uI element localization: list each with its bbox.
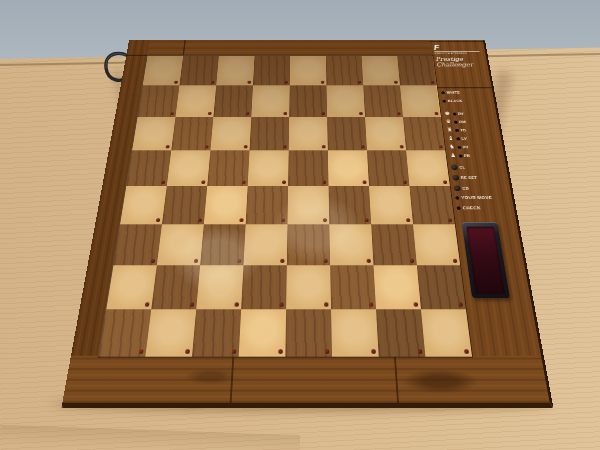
sensor-hole-icon xyxy=(324,302,328,306)
piece-button-led-icon xyxy=(455,129,459,132)
square-h1[interactable] xyxy=(421,309,472,356)
sensor-hole-icon xyxy=(246,112,250,115)
aux-button-row[interactable]: CB xyxy=(454,185,509,191)
sensor-hole-icon xyxy=(282,180,286,184)
square-d6[interactable] xyxy=(250,117,290,151)
sensor-hole-icon xyxy=(321,81,325,84)
aux-button-icon[interactable] xyxy=(454,185,461,191)
logo-block: F FIDELITY ELECTRONICS Prestige Challeng… xyxy=(433,44,482,67)
sensor-hole-icon xyxy=(283,145,287,148)
square-e7[interactable] xyxy=(289,85,327,116)
sensor-hole-icon xyxy=(201,180,205,184)
aux-button-label: CL xyxy=(459,165,466,169)
piece-button-row-rook[interactable]: ♜TB xyxy=(446,128,498,133)
status-led-label: CHECK xyxy=(462,206,481,210)
square-g5[interactable] xyxy=(367,150,409,186)
sensor-hole-icon xyxy=(185,349,190,354)
sensor-hole-icon xyxy=(394,81,398,84)
piece-button-row-bishop[interactable]: ♝LV xyxy=(447,136,500,141)
square-h4[interactable] xyxy=(409,186,454,224)
piece-button-led-icon xyxy=(457,145,461,148)
square-c8[interactable] xyxy=(216,56,254,86)
pawn-icon: ♟ xyxy=(449,153,457,158)
piece-button-led-icon xyxy=(452,112,456,115)
square-a5[interactable] xyxy=(126,150,171,186)
square-b3[interactable] xyxy=(157,224,204,265)
sensor-hole-icon xyxy=(278,349,283,354)
square-a4[interactable] xyxy=(120,186,167,224)
frame-seam xyxy=(430,41,483,42)
square-f5[interactable] xyxy=(328,150,369,186)
piece-function-label: PV xyxy=(463,145,469,149)
sensor-hole-icon xyxy=(458,302,463,306)
piece-button-led-icon xyxy=(453,120,457,123)
indicator-led-row: BLACK xyxy=(442,99,493,103)
sensor-hole-icon xyxy=(443,180,447,184)
sensor-hole-icon xyxy=(242,180,246,184)
status-led-icon xyxy=(455,196,459,200)
square-b2[interactable] xyxy=(151,265,200,309)
square-g2[interactable] xyxy=(374,265,421,309)
sensor-hole-icon xyxy=(325,349,330,354)
frame-seam xyxy=(436,87,491,88)
square-h5[interactable] xyxy=(406,150,450,186)
sensor-hole-icon xyxy=(237,259,241,263)
square-e5[interactable] xyxy=(288,150,328,186)
sensor-hole-icon xyxy=(166,145,170,148)
chessboard-squares xyxy=(98,55,474,357)
square-f1[interactable] xyxy=(331,309,379,356)
aux-button-label: CB xyxy=(462,186,469,190)
sensor-hole-icon xyxy=(198,218,202,222)
piece-button-led-icon xyxy=(456,137,460,140)
aux-button-row[interactable]: RE SET xyxy=(452,175,507,181)
square-f7[interactable] xyxy=(327,85,366,116)
sensor-hole-icon xyxy=(190,302,195,306)
sensor-hole-icon xyxy=(371,349,376,354)
sensor-hole-icon xyxy=(448,218,452,222)
square-a7[interactable] xyxy=(138,85,180,116)
knight-icon: ♞ xyxy=(448,144,455,149)
sensor-hole-icon xyxy=(283,112,287,115)
sensor-hole-icon xyxy=(439,145,443,148)
square-f8[interactable] xyxy=(326,56,363,86)
sensor-hole-icon xyxy=(434,112,438,115)
square-e6[interactable] xyxy=(289,117,328,151)
frame-seam xyxy=(126,55,147,56)
square-a1[interactable] xyxy=(99,309,152,356)
status-led-row: CHECK xyxy=(456,206,512,210)
square-c4[interactable] xyxy=(204,186,248,224)
status-led-row: YOUR MOVE xyxy=(455,195,511,199)
piece-button-led-icon xyxy=(458,154,462,157)
square-e2[interactable] xyxy=(286,265,331,309)
sensor-hole-icon xyxy=(280,259,284,263)
indicator-led-label: BLACK xyxy=(448,99,463,103)
aux-button-icon[interactable] xyxy=(451,165,458,170)
piece-function-label: DM xyxy=(459,120,466,124)
square-g6[interactable] xyxy=(365,117,406,151)
sensor-hole-icon xyxy=(397,112,401,115)
square-c3[interactable] xyxy=(200,224,246,265)
piece-function-label: RV xyxy=(458,112,464,116)
sensor-hole-icon xyxy=(453,259,458,263)
square-b7[interactable] xyxy=(175,85,216,116)
square-f3[interactable] xyxy=(329,224,373,265)
square-c1[interactable] xyxy=(192,309,241,356)
square-d1[interactable] xyxy=(239,309,286,356)
indicator-led-icon xyxy=(441,91,445,94)
sensor-hole-icon xyxy=(145,302,150,306)
sensor-hole-icon xyxy=(418,349,423,354)
square-d4[interactable] xyxy=(246,186,288,224)
sensor-hole-icon xyxy=(403,180,407,184)
queen-icon: ♛ xyxy=(445,119,452,124)
square-h8[interactable] xyxy=(397,56,437,86)
led-display-screen xyxy=(466,227,504,294)
square-g8[interactable] xyxy=(362,56,400,86)
sensor-hole-icon xyxy=(279,302,283,306)
square-b6[interactable] xyxy=(171,117,213,151)
sensor-hole-icon xyxy=(247,81,251,84)
sensor-hole-icon xyxy=(161,180,165,184)
square-c7[interactable] xyxy=(213,85,253,116)
square-c2[interactable] xyxy=(196,265,243,309)
sensor-hole-icon xyxy=(413,302,418,306)
sensor-hole-icon xyxy=(208,112,212,115)
square-d2[interactable] xyxy=(241,265,287,309)
fidelity-f-logo-icon: F xyxy=(433,44,479,51)
square-e4[interactable] xyxy=(287,186,329,224)
brand-text: FIDELITY ELECTRONICS xyxy=(434,51,480,54)
square-f2[interactable] xyxy=(330,265,376,309)
sensor-hole-icon xyxy=(321,112,325,115)
sensor-hole-icon xyxy=(359,112,363,115)
square-a6[interactable] xyxy=(132,117,175,151)
status-led-label: YOUR MOVE xyxy=(461,195,493,199)
square-h6[interactable] xyxy=(403,117,445,151)
sensor-hole-icon xyxy=(211,81,215,84)
piece-button-row-pawn[interactable]: ♟PB xyxy=(449,153,503,158)
square-h2[interactable] xyxy=(417,265,466,309)
sensor-hole-icon xyxy=(357,81,361,84)
sensor-hole-icon xyxy=(232,349,237,354)
model-name-line2: Challenger xyxy=(436,62,483,68)
sensor-hole-icon xyxy=(284,81,288,84)
sensor-hole-icon xyxy=(369,302,374,306)
square-e3[interactable] xyxy=(287,224,330,265)
sensor-hole-icon xyxy=(170,112,174,115)
square-h7[interactable] xyxy=(400,85,441,116)
sensor-hole-icon xyxy=(362,180,366,184)
square-b1[interactable] xyxy=(145,309,196,356)
square-d7[interactable] xyxy=(251,85,289,116)
photo-scene: F FIDELITY ELECTRONICS Prestige Challeng… xyxy=(0,0,600,450)
sensor-hole-icon xyxy=(156,218,160,222)
piece-function-label: PB xyxy=(464,154,471,158)
square-e8[interactable] xyxy=(290,56,327,86)
sensor-hole-icon xyxy=(364,218,368,222)
sensor-hole-icon xyxy=(361,145,365,148)
bishop-icon: ♝ xyxy=(447,136,454,141)
sensor-hole-icon xyxy=(322,180,326,184)
aux-button-icon[interactable] xyxy=(452,175,459,181)
sensor-hole-icon xyxy=(323,259,327,263)
piece-button-row-queen[interactable]: ♛DM xyxy=(445,119,497,124)
frame-rail-bottom xyxy=(62,356,549,403)
status-led-icon xyxy=(456,206,460,210)
square-b8[interactable] xyxy=(179,56,218,86)
square-d3[interactable] xyxy=(243,224,287,265)
frame-rail-top xyxy=(147,40,432,55)
sensor-hole-icon xyxy=(234,302,239,306)
sensor-hole-icon xyxy=(244,145,248,148)
piece-function-label: TB xyxy=(460,128,466,132)
indicator-led-label: WHITE xyxy=(446,91,460,95)
square-f4[interactable] xyxy=(329,186,372,224)
square-a3[interactable] xyxy=(113,224,161,265)
aux-button-label: RE SET xyxy=(460,176,477,180)
sensor-hole-icon xyxy=(138,349,143,354)
sensor-hole-icon xyxy=(194,259,199,263)
sensor-hole-icon xyxy=(431,81,435,84)
sensor-hole-icon xyxy=(367,259,371,263)
piece-button-row-knight[interactable]: ♞PV xyxy=(448,144,501,149)
square-c6[interactable] xyxy=(210,117,251,151)
sensor-hole-icon xyxy=(239,218,243,222)
sensor-hole-icon xyxy=(322,145,326,148)
aux-button-row[interactable]: CL xyxy=(451,165,505,170)
sensor-hole-icon xyxy=(464,349,469,354)
square-e1[interactable] xyxy=(285,309,332,356)
square-g1[interactable] xyxy=(376,309,425,356)
rook-icon: ♜ xyxy=(446,128,453,133)
square-d5[interactable] xyxy=(248,150,289,186)
chess-computer-board: F FIDELITY ELECTRONICS Prestige Challeng… xyxy=(61,40,553,408)
sensor-hole-icon xyxy=(410,259,415,263)
sensor-hole-icon xyxy=(150,259,155,263)
square-a2[interactable] xyxy=(106,265,156,309)
piece-button-row-king[interactable]: ♚RV xyxy=(444,111,496,116)
square-h3[interactable] xyxy=(413,224,460,265)
square-b4[interactable] xyxy=(162,186,207,224)
sensor-hole-icon xyxy=(323,218,327,222)
king-icon: ♚ xyxy=(444,111,451,116)
square-f6[interactable] xyxy=(327,117,367,151)
square-a8[interactable] xyxy=(143,56,183,86)
sensor-hole-icon xyxy=(281,218,285,222)
square-g4[interactable] xyxy=(369,186,413,224)
sensor-hole-icon xyxy=(174,81,178,84)
sensor-hole-icon xyxy=(406,218,410,222)
piece-function-label: LV xyxy=(461,137,467,141)
sensor-hole-icon xyxy=(400,145,404,148)
square-g7[interactable] xyxy=(363,85,403,116)
square-g3[interactable] xyxy=(371,224,417,265)
indicator-led-icon xyxy=(442,99,446,102)
square-d8[interactable] xyxy=(253,56,290,86)
indicator-led-row: WHITE xyxy=(441,91,491,95)
square-b5[interactable] xyxy=(167,150,211,186)
square-c5[interactable] xyxy=(207,150,249,186)
sensor-hole-icon xyxy=(205,145,209,148)
